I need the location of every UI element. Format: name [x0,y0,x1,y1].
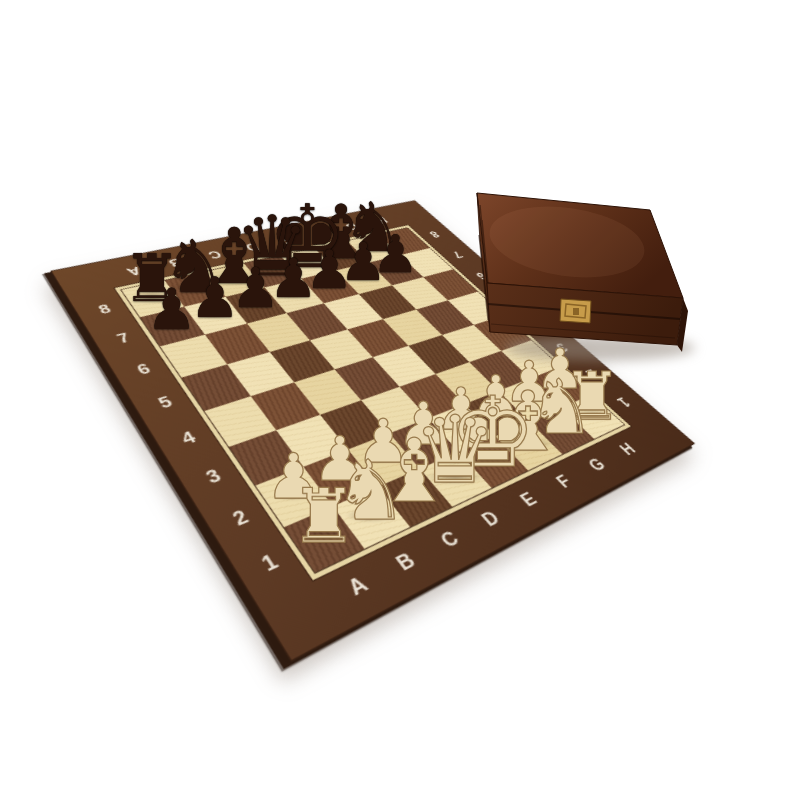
scene: AABBCCDDEEFFGGHH8877665544332211 [0,0,800,800]
piece-black-pawn-a7[interactable]: ♟ [146,280,197,337]
piece-white-rook-a1[interactable]: ♜ [290,478,357,553]
box-latch-icon [560,299,591,323]
